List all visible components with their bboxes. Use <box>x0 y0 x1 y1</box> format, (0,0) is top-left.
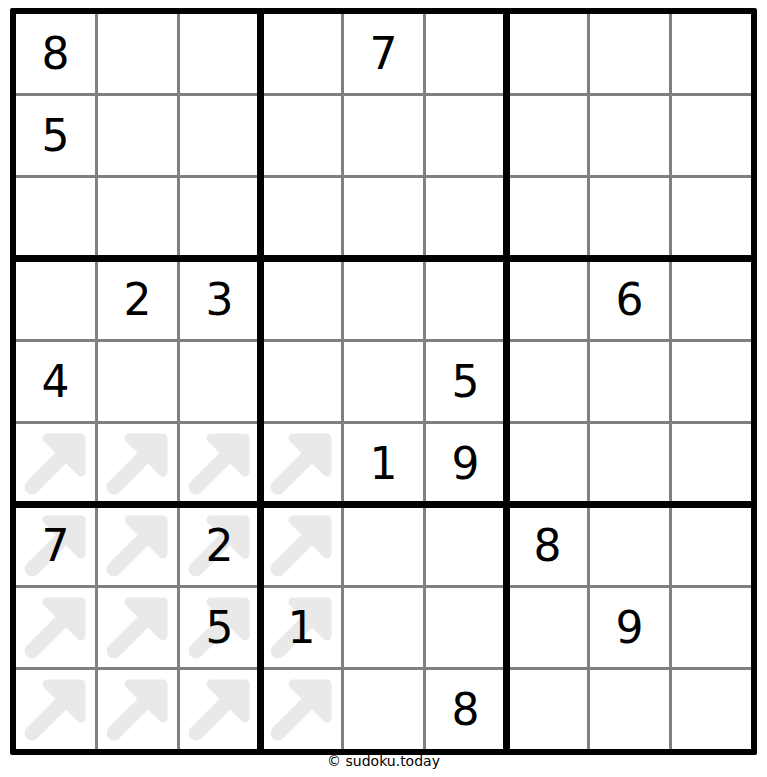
cell-r9c3[interactable] <box>180 670 259 749</box>
cell-r6c4[interactable] <box>262 424 341 503</box>
cell-r2c4[interactable] <box>262 96 341 175</box>
cell-r7c1[interactable]: 7 <box>16 506 95 585</box>
cell-r1c9[interactable] <box>672 14 751 93</box>
cell-r2c3[interactable] <box>180 96 259 175</box>
up-right-arrow-icon <box>262 506 341 585</box>
cell-r9c5[interactable] <box>344 670 423 749</box>
cell-r9c7[interactable] <box>508 670 587 749</box>
cell-r9c8[interactable] <box>590 670 669 749</box>
cell-r5c6[interactable]: 5 <box>426 342 505 421</box>
cell-r7c5[interactable] <box>344 506 423 585</box>
cell-r7c3[interactable]: 2 <box>180 506 259 585</box>
cell-r8c3[interactable]: 5 <box>180 588 259 667</box>
given-digit: 1 <box>370 442 398 486</box>
cell-r8c1[interactable] <box>16 588 95 667</box>
cell-r5c5[interactable] <box>344 342 423 421</box>
cell-r4c1[interactable] <box>16 260 95 339</box>
box-divider-vertical-2 <box>503 14 510 749</box>
cell-r4c4[interactable] <box>262 260 341 339</box>
up-right-arrow-icon <box>98 424 177 503</box>
given-digit: 1 <box>288 606 316 650</box>
cell-r5c2[interactable] <box>98 342 177 421</box>
given-digit: 6 <box>616 278 644 322</box>
cell-r9c6[interactable]: 8 <box>426 670 505 749</box>
cell-r7c9[interactable] <box>672 506 751 585</box>
sudoku-board: 87523645197285198 <box>10 8 757 755</box>
given-digit: 2 <box>206 524 234 568</box>
cell-r1c2[interactable] <box>98 14 177 93</box>
cell-r8c8[interactable]: 9 <box>590 588 669 667</box>
cell-r6c3[interactable] <box>180 424 259 503</box>
box-divider-horizontal-2 <box>16 501 751 508</box>
cell-r1c4[interactable] <box>262 14 341 93</box>
cell-r7c6[interactable] <box>426 506 505 585</box>
cell-r3c7[interactable] <box>508 178 587 257</box>
cell-r4c5[interactable] <box>344 260 423 339</box>
cell-r2c2[interactable] <box>98 96 177 175</box>
cell-r6c1[interactable] <box>16 424 95 503</box>
cell-r3c4[interactable] <box>262 178 341 257</box>
cell-r4c8[interactable]: 6 <box>590 260 669 339</box>
cell-r6c8[interactable] <box>590 424 669 503</box>
given-digit: 5 <box>452 360 480 404</box>
given-digit: 9 <box>616 606 644 650</box>
cell-r3c5[interactable] <box>344 178 423 257</box>
cell-r5c9[interactable] <box>672 342 751 421</box>
cell-r4c6[interactable] <box>426 260 505 339</box>
cell-r8c9[interactable] <box>672 588 751 667</box>
given-digit: 4 <box>42 360 70 404</box>
cell-r7c2[interactable] <box>98 506 177 585</box>
up-right-arrow-icon <box>262 424 341 503</box>
cell-r8c2[interactable] <box>98 588 177 667</box>
cell-r3c8[interactable] <box>590 178 669 257</box>
cell-r8c7[interactable] <box>508 588 587 667</box>
cell-r9c9[interactable] <box>672 670 751 749</box>
cell-r6c6[interactable]: 9 <box>426 424 505 503</box>
cell-r1c1[interactable]: 8 <box>16 14 95 93</box>
given-digit: 8 <box>452 688 480 732</box>
cell-r3c2[interactable] <box>98 178 177 257</box>
cell-r4c2[interactable]: 2 <box>98 260 177 339</box>
cell-r2c6[interactable] <box>426 96 505 175</box>
cell-r4c7[interactable] <box>508 260 587 339</box>
cell-r8c5[interactable] <box>344 588 423 667</box>
cell-r2c1[interactable]: 5 <box>16 96 95 175</box>
cell-r2c9[interactable] <box>672 96 751 175</box>
cell-r7c4[interactable] <box>262 506 341 585</box>
given-digit: 7 <box>370 32 398 76</box>
given-digit: 9 <box>452 442 480 486</box>
given-digit: 8 <box>534 524 562 568</box>
cell-r3c6[interactable] <box>426 178 505 257</box>
up-right-arrow-icon <box>180 670 259 749</box>
given-digit: 7 <box>42 524 70 568</box>
given-digit: 5 <box>206 606 234 650</box>
copyright-credit: © sudoku.today <box>10 753 757 769</box>
cell-r7c8[interactable] <box>590 506 669 585</box>
given-digit: 8 <box>42 32 70 76</box>
given-digit: 3 <box>206 278 234 322</box>
cell-r1c8[interactable] <box>590 14 669 93</box>
cell-r1c5[interactable]: 7 <box>344 14 423 93</box>
up-right-arrow-icon <box>16 588 95 667</box>
cell-r8c6[interactable] <box>426 588 505 667</box>
cell-r6c2[interactable] <box>98 424 177 503</box>
cell-r8c4[interactable]: 1 <box>262 588 341 667</box>
cell-r7c7[interactable]: 8 <box>508 506 587 585</box>
cell-r6c9[interactable] <box>672 424 751 503</box>
box-divider-horizontal-1 <box>16 255 751 262</box>
up-right-arrow-icon <box>16 670 95 749</box>
cell-r5c7[interactable] <box>508 342 587 421</box>
cell-r2c5[interactable] <box>344 96 423 175</box>
cell-r5c1[interactable]: 4 <box>16 342 95 421</box>
cell-r6c7[interactable] <box>508 424 587 503</box>
up-right-arrow-icon <box>98 670 177 749</box>
cell-r3c3[interactable] <box>180 178 259 257</box>
cell-r1c6[interactable] <box>426 14 505 93</box>
cell-r3c9[interactable] <box>672 178 751 257</box>
up-right-arrow-icon <box>262 670 341 749</box>
cell-r9c4[interactable] <box>262 670 341 749</box>
cell-r3c1[interactable] <box>16 178 95 257</box>
cell-r2c7[interactable] <box>508 96 587 175</box>
cell-r5c3[interactable] <box>180 342 259 421</box>
given-digit: 2 <box>124 278 152 322</box>
cell-r4c9[interactable] <box>672 260 751 339</box>
cell-r4c3[interactable]: 3 <box>180 260 259 339</box>
cell-r2c8[interactable] <box>590 96 669 175</box>
up-right-arrow-icon <box>98 506 177 585</box>
up-right-arrow-icon <box>16 424 95 503</box>
given-digit: 5 <box>42 114 70 158</box>
cell-r6c5[interactable]: 1 <box>344 424 423 503</box>
cell-r9c1[interactable] <box>16 670 95 749</box>
box-divider-vertical-1 <box>257 14 264 749</box>
up-right-arrow-icon <box>180 424 259 503</box>
cell-r5c4[interactable] <box>262 342 341 421</box>
cell-r9c2[interactable] <box>98 670 177 749</box>
cell-r5c8[interactable] <box>590 342 669 421</box>
cell-r1c3[interactable] <box>180 14 259 93</box>
cell-r1c7[interactable] <box>508 14 587 93</box>
up-right-arrow-icon <box>98 588 177 667</box>
